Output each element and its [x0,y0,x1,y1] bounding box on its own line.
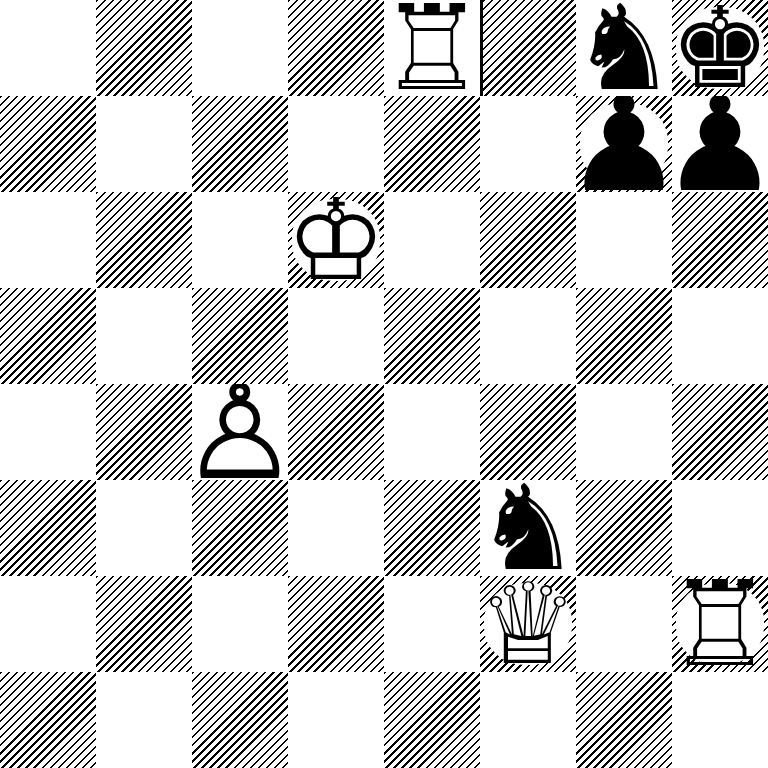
black-knight-piece: ♞ [576,0,672,96]
square-g5[interactable] [576,288,672,384]
square-f1[interactable] [480,672,576,768]
square-h5[interactable] [672,288,768,384]
white-king-piece: ♔ [288,192,384,288]
square-h2[interactable]: ♖ [672,576,768,672]
square-g1[interactable] [576,672,672,768]
square-g2[interactable] [576,576,672,672]
square-h7[interactable]: ♟ [672,96,768,192]
white-queen-piece: ♕ [480,576,576,672]
square-f7[interactable] [480,96,576,192]
square-e6[interactable] [384,192,480,288]
square-h1[interactable] [672,672,768,768]
square-g4[interactable] [576,384,672,480]
square-c6[interactable] [192,192,288,288]
square-a3[interactable] [0,480,96,576]
square-c1[interactable] [192,672,288,768]
square-e1[interactable] [384,672,480,768]
square-c4[interactable]: ♙ [192,384,288,480]
square-f8[interactable] [480,0,576,96]
square-b2[interactable] [96,576,192,672]
square-a6[interactable] [0,192,96,288]
square-c8[interactable] [192,0,288,96]
square-a4[interactable] [0,384,96,480]
square-c5[interactable] [192,288,288,384]
square-f5[interactable] [480,288,576,384]
black-knight-piece: ♞ [480,480,576,576]
square-a5[interactable] [0,288,96,384]
square-b6[interactable] [96,192,192,288]
square-d4[interactable] [288,384,384,480]
square-c2[interactable] [192,576,288,672]
square-a8[interactable] [0,0,96,96]
white-pawn-piece: ♙ [192,384,288,480]
square-f2[interactable]: ♕ [480,576,576,672]
black-pawn-piece: ♟ [672,96,768,192]
square-b4[interactable] [96,384,192,480]
square-h6[interactable] [672,192,768,288]
square-g8[interactable]: ♞ [576,0,672,96]
square-d5[interactable] [288,288,384,384]
square-b5[interactable] [96,288,192,384]
square-h3[interactable] [672,480,768,576]
square-e5[interactable] [384,288,480,384]
square-f3[interactable]: ♞ [480,480,576,576]
square-f6[interactable] [480,192,576,288]
square-d2[interactable] [288,576,384,672]
square-a1[interactable] [0,672,96,768]
white-rook-piece: ♖ [384,0,480,96]
square-b8[interactable] [96,0,192,96]
square-b3[interactable] [96,480,192,576]
square-h8[interactable]: ♚ [672,0,768,96]
black-king-piece: ♚ [672,0,768,96]
square-d8[interactable] [288,0,384,96]
square-e7[interactable] [384,96,480,192]
square-e2[interactable] [384,576,480,672]
square-g3[interactable] [576,480,672,576]
square-e3[interactable] [384,480,480,576]
square-f4[interactable] [480,384,576,480]
square-d1[interactable] [288,672,384,768]
square-b7[interactable] [96,96,192,192]
black-pawn-piece: ♟ [576,96,672,192]
square-c7[interactable] [192,96,288,192]
square-d6[interactable]: ♔ [288,192,384,288]
square-d7[interactable] [288,96,384,192]
square-g7[interactable]: ♟ [576,96,672,192]
square-e4[interactable] [384,384,480,480]
square-h4[interactable] [672,384,768,480]
square-c3[interactable] [192,480,288,576]
square-g6[interactable] [576,192,672,288]
square-a7[interactable] [0,96,96,192]
square-b1[interactable] [96,672,192,768]
square-a2[interactable] [0,576,96,672]
white-rook-piece: ♖ [672,576,768,672]
square-d3[interactable] [288,480,384,576]
chess-board: ♖♞♚♟♟♔♙♞♕♖ [0,0,768,768]
square-e8[interactable]: ♖ [384,0,480,96]
